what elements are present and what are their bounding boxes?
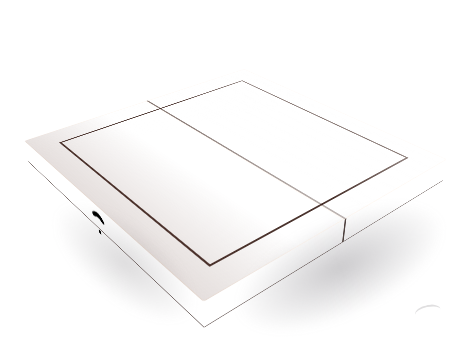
rank-labels-right — [210, 158, 429, 283]
side-seam — [342, 218, 346, 242]
photo-artifact — [414, 302, 442, 321]
product-photo-stage — [0, 0, 450, 338]
file-labels-near — [37, 143, 211, 280]
chess-board — [24, 69, 447, 302]
board-top — [24, 69, 447, 302]
